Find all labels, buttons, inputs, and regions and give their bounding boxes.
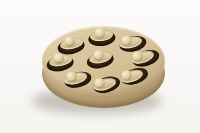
cover-knob bbox=[94, 27, 105, 37]
puzzle-cover-N[interactable] bbox=[86, 25, 116, 46]
studio-photo-canvas bbox=[0, 0, 200, 133]
